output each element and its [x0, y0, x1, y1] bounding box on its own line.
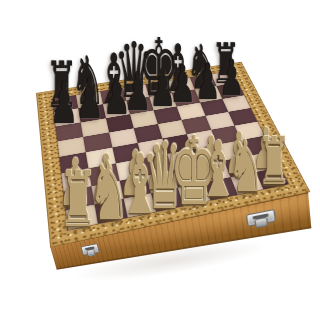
latch-right-icon [246, 209, 277, 230]
latch-left-icon [81, 243, 100, 257]
square-a1 [66, 204, 98, 230]
latch-hook [254, 217, 268, 228]
latch-hook [86, 249, 95, 257]
chess-set-photo: ♜♞♝♛♚♝♞♜♟♟♟♟♟♟♟♟♟♟♟♟♟♟♟♟♜♞♝♛♚♝♞♜ [0, 0, 320, 320]
square-b1 [95, 199, 127, 224]
